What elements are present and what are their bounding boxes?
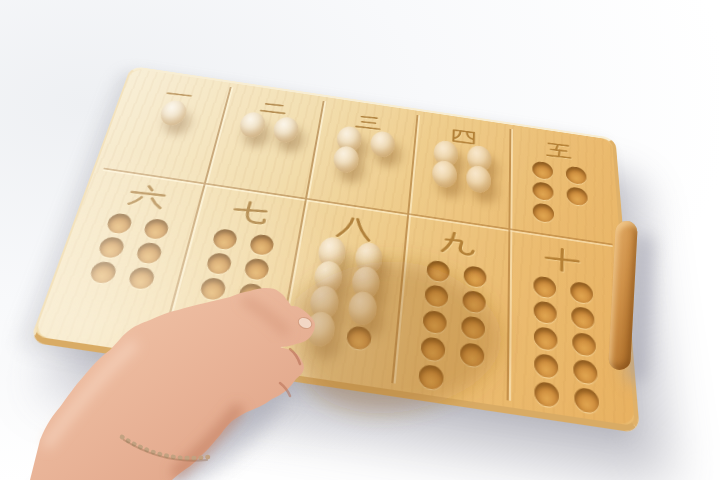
counting-hole[interactable]	[420, 336, 445, 362]
counting-hole[interactable]	[572, 332, 596, 357]
counting-hole[interactable]	[206, 252, 234, 276]
counting-hole[interactable]	[105, 212, 134, 235]
cell-三	[307, 101, 418, 215]
wooden-ball[interactable]	[369, 130, 396, 159]
numeral-七-icon	[227, 196, 273, 231]
counting-hole[interactable]	[534, 353, 558, 379]
counting-hole[interactable]	[533, 181, 554, 201]
counting-hole[interactable]	[424, 284, 448, 308]
counting-hole[interactable]	[573, 359, 598, 385]
counting-hole[interactable]	[566, 166, 587, 186]
counting-hole[interactable]	[127, 266, 157, 290]
counting-hole[interactable]	[461, 315, 485, 340]
counting-hole[interactable]	[249, 233, 276, 256]
counting-hole[interactable]	[243, 257, 270, 281]
counting-hole[interactable]	[418, 364, 444, 391]
counting-hole[interactable]	[142, 218, 170, 241]
photo-scene	[0, 0, 720, 480]
counting-hole[interactable]	[570, 281, 593, 305]
counting-hole[interactable]	[212, 228, 239, 251]
counting-hole[interactable]	[535, 381, 560, 408]
numeral-十-icon	[542, 242, 583, 278]
numeral-六-icon	[122, 181, 171, 215]
counting-hole[interactable]	[534, 326, 558, 351]
cell-九	[393, 215, 511, 401]
counting-hole[interactable]	[532, 161, 553, 181]
counting-hole[interactable]	[463, 265, 486, 288]
counting-hole[interactable]	[459, 342, 484, 368]
numeral-九-icon	[437, 227, 479, 262]
counting-hole[interactable]	[567, 186, 589, 206]
counting-hole[interactable]	[426, 259, 450, 282]
counting-hole[interactable]	[533, 202, 555, 223]
counting-hole[interactable]	[534, 275, 557, 299]
counting-hole[interactable]	[422, 309, 447, 334]
numeral-五-icon	[545, 139, 573, 163]
counting-hole[interactable]	[199, 277, 227, 302]
counting-hole[interactable]	[346, 325, 373, 351]
counting-hole[interactable]	[134, 241, 163, 264]
counting-hole[interactable]	[96, 236, 126, 259]
wooden-ball[interactable]	[272, 116, 301, 144]
counting-hole[interactable]	[462, 290, 486, 314]
counting-board	[29, 66, 640, 434]
cell-四	[409, 115, 512, 230]
counting-hole[interactable]	[88, 260, 118, 284]
board-perspective-wrap	[0, 0, 720, 480]
counting-hole[interactable]	[571, 306, 595, 331]
cell-五	[511, 129, 613, 245]
counting-hole[interactable]	[192, 303, 221, 328]
counting-hole[interactable]	[574, 387, 600, 414]
counting-hole[interactable]	[534, 300, 557, 324]
cell-十	[509, 230, 625, 418]
counting-hole[interactable]	[238, 282, 266, 307]
